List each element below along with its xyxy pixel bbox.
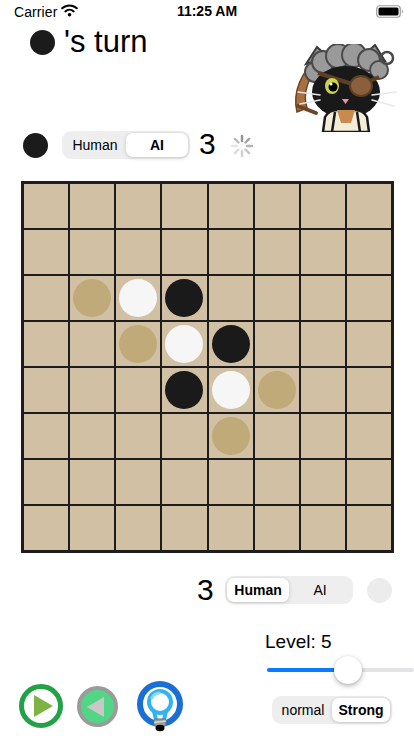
black-disc-count: 3	[199, 130, 216, 158]
clock: 11:25 AM	[0, 3, 414, 19]
board-cell-f6[interactable]	[255, 414, 299, 458]
white-player-disc	[367, 578, 392, 603]
white-mode-ai[interactable]: AI	[289, 578, 351, 602]
othello-board	[21, 181, 394, 553]
black-player-mode-control: Human AI	[62, 131, 190, 159]
level-slider[interactable]	[267, 656, 414, 684]
board-cell-g8[interactable]	[301, 506, 345, 550]
board-cell-b5[interactable]	[70, 368, 114, 412]
board-cell-g1[interactable]	[301, 184, 345, 228]
board-cell-d1[interactable]	[162, 184, 206, 228]
board-cell-h4[interactable]	[347, 322, 391, 366]
legal-move-hint[interactable]	[212, 417, 250, 455]
app-screen: Carrier 11:25 AM 's turn	[0, 0, 414, 736]
strength-control: normal Strong	[272, 696, 392, 724]
turn-label: 's turn	[64, 24, 147, 60]
legal-move-hint[interactable]	[258, 371, 296, 409]
white-disc	[119, 279, 157, 317]
board-cell-b8[interactable]	[70, 506, 114, 550]
board-cell-a2[interactable]	[24, 230, 68, 274]
board-cell-h7[interactable]	[347, 460, 391, 504]
board-cell-e8[interactable]	[209, 506, 253, 550]
board-cell-c4[interactable]	[116, 322, 160, 366]
legal-move-hint[interactable]	[119, 325, 157, 363]
board-cell-a1[interactable]	[24, 184, 68, 228]
board-cell-d6[interactable]	[162, 414, 206, 458]
black-mode-human[interactable]: Human	[64, 133, 126, 157]
board-cell-f5[interactable]	[255, 368, 299, 412]
black-mode-ai[interactable]: AI	[126, 133, 188, 157]
white-disc	[212, 371, 250, 409]
slider-thumb[interactable]	[334, 656, 362, 684]
board-cell-b6[interactable]	[70, 414, 114, 458]
strength-normal[interactable]: normal	[274, 698, 332, 722]
board-cell-g6[interactable]	[301, 414, 345, 458]
board-cell-f8[interactable]	[255, 506, 299, 550]
board-cell-e2[interactable]	[209, 230, 253, 274]
board-cell-f3[interactable]	[255, 276, 299, 320]
board-cell-c7[interactable]	[116, 460, 160, 504]
back-triangle-icon	[87, 697, 104, 717]
board-cell-c2[interactable]	[116, 230, 160, 274]
board-cell-c6[interactable]	[116, 414, 160, 458]
activity-spinner-icon	[230, 134, 254, 158]
board-cell-a5[interactable]	[24, 368, 68, 412]
board-cell-e7[interactable]	[209, 460, 253, 504]
board-cell-g4[interactable]	[301, 322, 345, 366]
white-disc	[165, 325, 203, 363]
legal-move-hint[interactable]	[73, 279, 111, 317]
board-cell-f4[interactable]	[255, 322, 299, 366]
white-player-mode-control: Human AI	[225, 576, 353, 604]
board-cell-f2[interactable]	[255, 230, 299, 274]
board-cell-b7[interactable]	[70, 460, 114, 504]
black-disc	[165, 371, 203, 409]
white-disc-count: 3	[197, 576, 214, 604]
board-cell-a6[interactable]	[24, 414, 68, 458]
board-cell-c1[interactable]	[116, 184, 160, 228]
board-cell-b4[interactable]	[70, 322, 114, 366]
board-cell-b2[interactable]	[70, 230, 114, 274]
board-cell-f7[interactable]	[255, 460, 299, 504]
hint-button[interactable]	[134, 680, 186, 732]
board-cell-e4[interactable]	[209, 322, 253, 366]
board-cell-b3[interactable]	[70, 276, 114, 320]
board-cell-g5[interactable]	[301, 368, 345, 412]
play-icon	[34, 695, 53, 717]
play-button[interactable]	[19, 684, 63, 728]
black-disc	[165, 279, 203, 317]
lightbulb-icon	[134, 680, 186, 732]
board-cell-h6[interactable]	[347, 414, 391, 458]
board-cell-d8[interactable]	[162, 506, 206, 550]
board-cell-h8[interactable]	[347, 506, 391, 550]
board-cell-e3[interactable]	[209, 276, 253, 320]
board-cell-h5[interactable]	[347, 368, 391, 412]
board-cell-h3[interactable]	[347, 276, 391, 320]
board-cell-b1[interactable]	[70, 184, 114, 228]
board-cell-f1[interactable]	[255, 184, 299, 228]
board-cell-e6[interactable]	[209, 414, 253, 458]
undo-button[interactable]	[77, 686, 118, 727]
board-cell-a3[interactable]	[24, 276, 68, 320]
board-cell-g3[interactable]	[301, 276, 345, 320]
black-player-row: Human AI 3	[23, 131, 48, 159]
level-label: Level: 5	[265, 631, 332, 653]
black-player-disc	[23, 133, 48, 158]
board-cell-a7[interactable]	[24, 460, 68, 504]
board-cell-g2[interactable]	[301, 230, 345, 274]
board-cell-a8[interactable]	[24, 506, 68, 550]
black-disc-icon	[30, 30, 55, 55]
strength-strong[interactable]: Strong	[332, 698, 390, 722]
board-cell-g7[interactable]	[301, 460, 345, 504]
battery-icon	[376, 4, 404, 22]
white-mode-human[interactable]: Human	[227, 578, 289, 602]
board-cell-c3[interactable]	[116, 276, 160, 320]
pirate-cat-avatar	[290, 44, 402, 132]
board-cell-d7[interactable]	[162, 460, 206, 504]
board-cell-e1[interactable]	[209, 184, 253, 228]
board-cell-d2[interactable]	[162, 230, 206, 274]
board-cell-d5[interactable]	[162, 368, 206, 412]
status-bar: Carrier 11:25 AM	[0, 0, 414, 22]
turn-indicator: 's turn	[30, 24, 147, 60]
black-disc	[212, 325, 250, 363]
board-cell-e5[interactable]	[209, 368, 253, 412]
board-cell-h2[interactable]	[347, 230, 391, 274]
board-cell-d4[interactable]	[162, 322, 206, 366]
board-cell-d3[interactable]	[162, 276, 206, 320]
board-cell-c5[interactable]	[116, 368, 160, 412]
board-cell-h1[interactable]	[347, 184, 391, 228]
board-cell-a4[interactable]	[24, 322, 68, 366]
board-cell-c8[interactable]	[116, 506, 160, 550]
white-player-row: 3 Human AI	[197, 576, 214, 604]
